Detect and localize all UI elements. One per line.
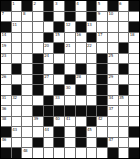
black-cell-r9c10 [97, 85, 107, 95]
black-cell-r1c7 [65, 1, 75, 11]
black-cell-r11c7 [65, 106, 75, 116]
cell-r6c12[interactable] [119, 54, 129, 64]
cell-r6c1[interactable]: 23 [1, 54, 11, 64]
cell-r2c2[interactable] [12, 12, 22, 22]
cell-r11c2[interactable] [12, 106, 22, 116]
cell-r1c10[interactable]: 5 [97, 1, 107, 11]
black-cell-r3c8 [76, 22, 86, 32]
cell-r9c1[interactable] [1, 85, 11, 95]
clue-number: 1 [12, 1, 15, 6]
clue-number: 41 [65, 117, 70, 122]
black-cell-r11c10 [97, 106, 107, 116]
cell-r3c3[interactable] [22, 22, 32, 32]
clue-number: 42 [97, 117, 102, 122]
cell-r7c11[interactable] [108, 64, 118, 74]
cell-r12c2[interactable] [12, 117, 22, 127]
black-cell-r1c13 [129, 1, 139, 11]
cell-r6c8[interactable] [76, 54, 86, 64]
cell-r8c2[interactable] [12, 75, 22, 85]
cell-r13c12[interactable] [119, 127, 129, 137]
cell-r9c11[interactable] [108, 85, 118, 95]
black-cell-r2c7 [65, 12, 75, 22]
cell-r2c8[interactable] [76, 12, 86, 22]
cell-r3c12[interactable] [119, 22, 129, 32]
black-cell-r4c9 [87, 33, 97, 43]
cell-r5c2[interactable] [12, 43, 22, 53]
cell-r8c13[interactable] [129, 75, 139, 85]
cell-r3c7[interactable]: 12 [65, 22, 75, 32]
cell-r5c4[interactable] [33, 43, 43, 53]
black-cell-r5c12 [119, 43, 129, 53]
black-cell-r1c3 [22, 1, 32, 11]
cell-r11c11[interactable]: 37 [108, 106, 118, 116]
black-cell-r15c1 [1, 148, 11, 158]
black-cell-r11c5 [44, 106, 54, 116]
cell-r14c5[interactable] [44, 138, 54, 148]
cell-r10c3[interactable] [22, 96, 32, 106]
clue-number: 26 [1, 75, 6, 80]
black-cell-r7c6 [54, 64, 64, 74]
cell-r4c8[interactable]: 16 [76, 33, 86, 43]
clue-number: 4 [76, 1, 79, 6]
cell-r5c5[interactable]: 20 [44, 43, 54, 53]
clue-number: 44 [44, 127, 49, 132]
cell-r10c7[interactable] [65, 96, 75, 106]
black-cell-r14c6 [54, 138, 64, 148]
cell-r4c7[interactable] [65, 33, 75, 43]
black-cell-r2c9 [87, 12, 97, 22]
cell-r6c9[interactable] [87, 54, 97, 64]
cell-r14c9[interactable] [87, 138, 97, 148]
cell-r8c9[interactable] [87, 75, 97, 85]
cell-r15c4[interactable] [33, 148, 43, 158]
cell-r14c3[interactable] [22, 138, 32, 148]
cell-r10c8[interactable] [76, 96, 86, 106]
black-cell-r9c12 [119, 85, 129, 95]
cell-r12c3[interactable] [22, 117, 32, 127]
cell-r7c5[interactable] [44, 64, 54, 74]
clue-number: 43 [12, 127, 17, 132]
cell-r5c9[interactable]: 22 [87, 43, 97, 53]
clue-number: 31 [1, 96, 6, 101]
cell-r14c2[interactable] [12, 138, 22, 148]
black-cell-r6c10 [97, 54, 107, 64]
cell-r5c13[interactable] [129, 43, 139, 53]
black-cell-r7c4 [33, 64, 43, 74]
cell-r11c3[interactable] [22, 106, 32, 116]
black-cell-r12c5 [44, 117, 54, 127]
cell-r10c13[interactable] [129, 96, 139, 106]
cell-r4c3[interactable] [22, 33, 32, 43]
black-cell-r7c10 [97, 64, 107, 74]
cell-r4c4[interactable] [33, 33, 43, 43]
black-cell-r9c6 [54, 85, 64, 95]
cell-r9c3[interactable] [22, 85, 32, 95]
black-cell-r6c4 [33, 54, 43, 64]
cell-r11c1[interactable]: 36 [1, 106, 11, 116]
crossword-puzzle: 1234567891011121314151617181920212223242… [0, 0, 140, 159]
cell-r13c7[interactable] [65, 127, 75, 137]
cell-r8c12[interactable] [119, 75, 129, 85]
cell-r8c5[interactable]: 27 [44, 75, 54, 85]
clue-number: 38 [1, 117, 6, 122]
black-cell-r7c12 [119, 64, 129, 74]
clue-number: 22 [87, 43, 92, 48]
clue-number: 20 [44, 43, 49, 48]
cell-r3c2[interactable]: 11 [12, 22, 22, 32]
cell-r10c11[interactable]: 34 [108, 96, 118, 106]
cell-r4c13[interactable]: 18 [129, 33, 139, 43]
cell-r12c7[interactable]: 41 [65, 117, 75, 127]
clue-number: 6 [119, 1, 122, 6]
black-cell-r15c13 [129, 148, 139, 158]
cell-r8c1[interactable]: 26 [1, 75, 11, 85]
cell-r12c4[interactable]: 39 [33, 117, 43, 127]
cell-r12c6[interactable]: 40 [54, 117, 64, 127]
clue-number: 18 [129, 33, 134, 38]
cell-r13c3[interactable] [22, 127, 32, 137]
clue-number: 5 [97, 1, 100, 6]
clue-number: 37 [108, 106, 113, 111]
black-cell-r12c9 [87, 117, 97, 127]
cell-r6c7[interactable] [65, 54, 75, 64]
black-cell-r1c5 [44, 1, 54, 11]
black-cell-r10c10 [97, 96, 107, 106]
black-cell-r15c2 [12, 148, 22, 158]
clue-number: 33 [54, 96, 59, 101]
cell-r10c2[interactable]: 32 [12, 96, 22, 106]
cell-r4c1[interactable]: 14 [1, 33, 11, 43]
clue-number: 29 [108, 75, 113, 80]
black-cell-r9c2 [12, 85, 22, 95]
cell-r9c7[interactable]: 30 [65, 85, 75, 95]
black-cell-r13c13 [129, 127, 139, 137]
cell-r10c9[interactable] [87, 96, 97, 106]
black-cell-r5c6 [54, 43, 64, 53]
clue-number: 35 [119, 96, 124, 101]
cell-r11c12[interactable] [119, 106, 129, 116]
black-cell-r10c5 [44, 96, 54, 106]
clue-number: 47 [108, 138, 113, 143]
clue-number: 27 [44, 75, 49, 80]
clue-number: 30 [65, 85, 70, 90]
cell-r15c12[interactable] [119, 148, 129, 158]
cell-r5c3[interactable] [22, 43, 32, 53]
cell-r14c1[interactable]: 46 [1, 138, 11, 148]
cell-r1c2[interactable]: 1 [12, 1, 22, 11]
clue-number: 12 [65, 22, 70, 27]
cell-r2c1[interactable]: 7 [1, 12, 11, 22]
black-cell-r11c4 [33, 106, 43, 116]
cell-r13c9[interactable]: 45 [87, 127, 97, 137]
cell-r15c3[interactable]: 48 [22, 148, 32, 158]
cell-r10c4[interactable] [33, 96, 43, 106]
cell-r8c3[interactable] [22, 75, 32, 85]
cell-r12c1[interactable]: 38 [1, 117, 11, 127]
black-cell-r1c11 [108, 1, 118, 11]
cell-r2c12[interactable] [119, 12, 129, 22]
black-cell-r3c13 [129, 22, 139, 32]
clue-number: 24 [44, 54, 49, 59]
clue-number: 14 [1, 33, 6, 38]
cell-r15c6[interactable] [54, 148, 64, 158]
cell-r6c6[interactable] [54, 54, 64, 64]
clue-number: 36 [1, 106, 6, 111]
cell-r4c10[interactable]: 17 [97, 33, 107, 43]
cell-r6c5[interactable]: 24 [44, 54, 54, 64]
clue-number: 16 [76, 33, 81, 38]
black-cell-r13c1 [1, 127, 11, 137]
cell-r4c2[interactable] [12, 33, 22, 43]
cell-r10c6[interactable]: 33 [54, 96, 64, 106]
black-cell-r13c8 [76, 127, 86, 137]
cell-r6c3[interactable] [22, 54, 32, 64]
cell-r2c6[interactable] [54, 12, 64, 22]
cell-r10c1[interactable]: 31 [1, 96, 11, 106]
clue-number: 13 [87, 22, 92, 27]
cell-r2c11[interactable]: 10 [108, 12, 118, 22]
clue-number: 15 [54, 33, 59, 38]
clue-number: 46 [1, 138, 6, 143]
cell-r12c12[interactable] [119, 117, 129, 127]
black-cell-r7c2 [12, 64, 22, 74]
black-cell-r9c4 [33, 85, 43, 95]
cell-r4c6[interactable]: 15 [54, 33, 64, 43]
cell-r13c5[interactable]: 44 [44, 127, 54, 137]
black-cell-r2c5 [44, 12, 54, 22]
black-cell-r1c1 [1, 1, 11, 11]
cell-r2c3[interactable]: 8 [22, 12, 32, 22]
cell-r5c8[interactable] [76, 43, 86, 53]
cell-r12c13[interactable] [129, 117, 139, 127]
cell-r7c9[interactable] [87, 64, 97, 74]
cell-r7c7[interactable] [65, 64, 75, 74]
black-cell-r11c9 [87, 106, 97, 116]
black-cell-r11c8 [76, 106, 86, 116]
cell-r13c4[interactable] [33, 127, 43, 137]
black-cell-r11c6 [54, 106, 64, 116]
cell-r14c11[interactable]: 47 [108, 138, 118, 148]
cell-r13c10[interactable] [97, 127, 107, 137]
cell-r15c7[interactable] [65, 148, 75, 158]
cell-r6c2[interactable] [12, 54, 22, 64]
crossword-grid: 1234567891011121314151617181920212223242… [0, 0, 140, 159]
clue-number: 8 [22, 12, 25, 17]
cell-r7c1[interactable] [1, 64, 11, 74]
cell-r1c12[interactable]: 6 [119, 1, 129, 11]
black-cell-r8c7 [65, 75, 75, 85]
black-cell-r13c6 [54, 127, 64, 137]
cell-r4c12[interactable] [119, 33, 129, 43]
cell-r4c11[interactable] [108, 33, 118, 43]
cell-r13c11[interactable] [108, 127, 118, 137]
clue-number: 39 [33, 117, 38, 122]
cell-r6c11[interactable]: 25 [108, 54, 118, 64]
cell-r15c10[interactable] [97, 148, 107, 158]
cell-r5c7[interactable]: 21 [65, 43, 75, 53]
clue-number: 21 [65, 43, 70, 48]
cell-r10c12[interactable]: 35 [119, 96, 129, 106]
cell-r14c12[interactable] [119, 138, 129, 148]
cell-r3c10[interactable] [97, 22, 107, 32]
cell-r2c13[interactable] [129, 12, 139, 22]
cell-r3c11[interactable] [108, 22, 118, 32]
cell-r15c9[interactable] [87, 148, 97, 158]
cell-r6c13[interactable] [129, 54, 139, 64]
clue-number: 23 [1, 54, 6, 59]
cell-r5c11[interactable] [108, 43, 118, 53]
cell-r1c8[interactable]: 4 [76, 1, 86, 11]
black-cell-r14c4 [33, 138, 43, 148]
cell-r5c10[interactable] [97, 43, 107, 53]
cell-r11c13[interactable] [129, 106, 139, 116]
cell-r3c5[interactable] [44, 22, 54, 32]
cell-r14c13[interactable] [129, 138, 139, 148]
clue-number: 34 [108, 96, 113, 101]
black-cell-r8c10 [97, 75, 107, 85]
cell-r9c13[interactable] [129, 85, 139, 95]
clue-number: 32 [12, 96, 17, 101]
black-cell-r15c11 [108, 148, 118, 158]
black-cell-r8c4 [33, 75, 43, 85]
clue-number: 48 [22, 148, 27, 153]
black-cell-r14c10 [97, 138, 107, 148]
cell-r2c4[interactable] [33, 12, 43, 22]
cell-r5c1[interactable]: 19 [1, 43, 11, 53]
cell-r8c11[interactable]: 29 [108, 75, 118, 85]
clue-number: 3 [54, 1, 57, 6]
clue-number: 45 [87, 127, 92, 132]
black-cell-r3c6 [54, 22, 64, 32]
cell-r3c9[interactable]: 13 [87, 22, 97, 32]
black-cell-r14c8 [76, 138, 86, 148]
black-cell-r9c8 [76, 85, 86, 95]
clue-number: 28 [76, 75, 81, 80]
clue-number: 11 [12, 22, 17, 27]
clue-number: 9 [97, 12, 100, 17]
clue-number: 2 [33, 1, 36, 6]
cell-r2c10[interactable]: 9 [97, 12, 107, 22]
cell-r3c4[interactable] [33, 22, 43, 32]
cell-r12c10[interactable]: 42 [97, 117, 107, 127]
cell-r13c2[interactable]: 43 [12, 127, 22, 137]
cell-r12c11[interactable] [108, 117, 118, 127]
cell-r7c3[interactable] [22, 64, 32, 74]
cell-r9c5[interactable] [44, 85, 54, 95]
clue-number: 7 [1, 12, 4, 17]
cell-r9c9[interactable] [87, 85, 97, 95]
clue-number: 10 [108, 12, 113, 17]
cell-r15c8[interactable] [76, 148, 86, 158]
cell-r15c5[interactable] [44, 148, 54, 158]
clue-number: 25 [108, 54, 113, 59]
cell-r1c4[interactable]: 2 [33, 1, 43, 11]
cell-r14c7[interactable] [65, 138, 75, 148]
clue-number: 17 [97, 33, 102, 38]
cell-r12c8[interactable] [76, 117, 86, 127]
clue-number: 40 [54, 117, 59, 122]
cell-r8c6[interactable] [54, 75, 64, 85]
cell-r8c8[interactable]: 28 [76, 75, 86, 85]
cell-r7c13[interactable] [129, 64, 139, 74]
cell-r1c6[interactable]: 3 [54, 1, 64, 11]
black-cell-r3c1 [1, 22, 11, 32]
black-cell-r7c8 [76, 64, 86, 74]
clue-number: 19 [1, 43, 6, 48]
black-cell-r1c9 [87, 1, 97, 11]
black-cell-r4c5 [44, 33, 54, 43]
